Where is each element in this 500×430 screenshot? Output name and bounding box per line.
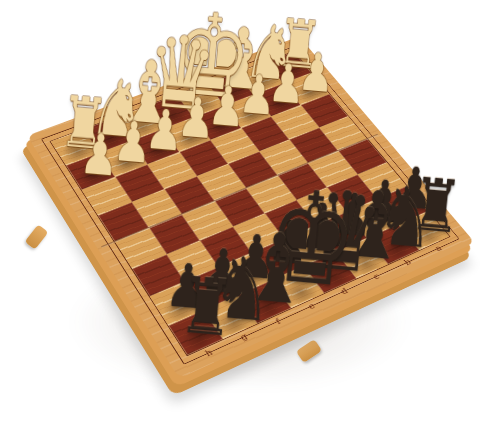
chess-board: ♜♞♝♛♚♝♞♜♟♟♟♟♟♟♟♟♟♟♟♟♟♟♟♟♜♞♝♚♛♝♞♜ abcdefg… — [27, 37, 475, 379]
chess-set-photo: ♜♞♝♛♚♝♞♜♟♟♟♟♟♟♟♟♟♟♟♟♟♟♟♟♜♞♝♚♛♝♞♜ abcdefg… — [0, 0, 500, 430]
piece-black-rook[interactable]: ♜ — [153, 267, 261, 349]
board-grid: ♜♞♝♛♚♝♞♜♟♟♟♟♟♟♟♟♟♟♟♟♟♟♟♟♜♞♝♚♛♝♞♜ — [51, 52, 450, 356]
board-scene: ♜♞♝♛♚♝♞♜♟♟♟♟♟♟♟♟♟♟♟♟♟♟♟♟♜♞♝♚♛♝♞♜ abcdefg… — [0, 0, 500, 430]
square-e4[interactable] — [196, 164, 246, 201]
square-h8[interactable]: ♜ — [168, 310, 222, 355]
piece-white-pawn[interactable]: ♟ — [51, 125, 148, 186]
